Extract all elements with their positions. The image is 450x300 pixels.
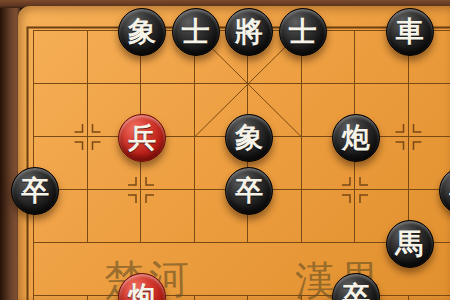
piece-black-elephant-1[interactable]: 象 bbox=[118, 8, 166, 56]
piece-glyph-red-cannon: 炮 bbox=[128, 274, 156, 300]
piece-black-advisor-1[interactable]: 士 bbox=[172, 8, 220, 56]
piece-glyph-red-pawn: 兵 bbox=[128, 115, 156, 161]
xiangqi-board-screenshot: 楚河 漢界 象士將士車兵象炮卒卒卒馬炮卒 bbox=[0, 0, 450, 300]
piece-glyph-black-advisor-2: 士 bbox=[289, 9, 317, 55]
piece-red-pawn[interactable]: 兵 bbox=[118, 114, 166, 162]
piece-black-chariot[interactable]: 車 bbox=[386, 8, 434, 56]
piece-glyph-black-pawn-2: 卒 bbox=[235, 168, 263, 214]
piece-glyph-black-pawn-4: 卒 bbox=[342, 274, 370, 300]
piece-black-pawn-3[interactable]: 卒 bbox=[439, 167, 450, 215]
piece-glyph-black-elephant-2: 象 bbox=[235, 115, 263, 161]
piece-glyph-black-pawn-1: 卒 bbox=[21, 168, 49, 214]
piece-black-advisor-2[interactable]: 士 bbox=[279, 8, 327, 56]
piece-black-pawn-1[interactable]: 卒 bbox=[11, 167, 59, 215]
piece-black-cannon[interactable]: 炮 bbox=[332, 114, 380, 162]
piece-black-pawn-2[interactable]: 卒 bbox=[225, 167, 273, 215]
piece-black-general[interactable]: 將 bbox=[225, 8, 273, 56]
piece-glyph-black-advisor-1: 士 bbox=[182, 9, 210, 55]
piece-black-horse[interactable]: 馬 bbox=[386, 220, 434, 268]
pieces-layer: 象士將士車兵象炮卒卒卒馬炮卒 bbox=[0, 0, 450, 300]
piece-glyph-black-horse: 馬 bbox=[396, 221, 424, 267]
piece-glyph-black-cannon: 炮 bbox=[342, 115, 370, 161]
piece-red-cannon[interactable]: 炮 bbox=[118, 273, 166, 300]
piece-black-elephant-2[interactable]: 象 bbox=[225, 114, 273, 162]
piece-black-pawn-4[interactable]: 卒 bbox=[332, 273, 380, 300]
piece-glyph-black-chariot: 車 bbox=[396, 9, 424, 55]
piece-glyph-black-general: 將 bbox=[235, 9, 263, 55]
piece-glyph-black-elephant-1: 象 bbox=[128, 9, 156, 55]
